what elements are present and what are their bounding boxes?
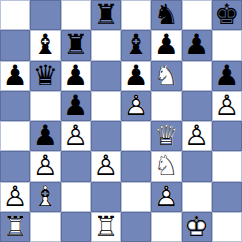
square-d3[interactable]: ♟♙ — [91, 151, 121, 181]
piece-black-pawn-icon[interactable]: ♟ — [61, 91, 91, 121]
square-g2[interactable] — [182, 182, 212, 212]
square-f4[interactable]: ♛♕ — [151, 121, 181, 151]
white-piece-outline: ♕ — [151, 121, 181, 151]
square-c5[interactable]: ♟ — [61, 91, 91, 121]
piece-white-rook-icon[interactable]: ♜♖ — [0, 212, 30, 242]
white-piece-outline: ♙ — [121, 91, 151, 121]
white-piece-outline: ♘ — [151, 151, 181, 181]
piece-black-pawn-icon[interactable]: ♟ — [212, 61, 242, 91]
piece-black-knight-icon[interactable]: ♞ — [151, 0, 181, 30]
square-d4[interactable] — [91, 121, 121, 151]
piece-black-pawn-icon[interactable]: ♟ — [182, 30, 212, 60]
white-piece-outline: ♖ — [0, 212, 30, 242]
white-piece-outline: ♔ — [182, 212, 212, 242]
square-e1[interactable] — [121, 212, 151, 242]
square-e2[interactable] — [121, 182, 151, 212]
square-f3[interactable]: ♞♘ — [151, 151, 181, 181]
piece-white-pawn-icon[interactable]: ♟♙ — [212, 91, 242, 121]
square-b2[interactable]: ♝♗ — [30, 182, 60, 212]
piece-black-bishop-icon[interactable]: ♝ — [121, 30, 151, 60]
square-g3[interactable] — [182, 151, 212, 181]
square-d7[interactable] — [91, 30, 121, 60]
square-b1[interactable] — [30, 212, 60, 242]
piece-white-pawn-icon[interactable]: ♟♙ — [91, 151, 121, 181]
square-d1[interactable]: ♜♖ — [91, 212, 121, 242]
piece-black-pawn-icon[interactable]: ♟ — [121, 61, 151, 91]
square-h2[interactable] — [212, 182, 242, 212]
square-g6[interactable] — [182, 61, 212, 91]
piece-black-pawn-icon[interactable]: ♟ — [151, 30, 181, 60]
square-b5[interactable] — [30, 91, 60, 121]
square-h6[interactable]: ♟ — [212, 61, 242, 91]
square-h7[interactable] — [212, 30, 242, 60]
square-a8[interactable] — [0, 0, 30, 30]
piece-white-pawn-icon[interactable]: ♟♙ — [182, 121, 212, 151]
piece-white-pawn-icon[interactable]: ♟♙ — [151, 182, 181, 212]
piece-black-bishop-icon[interactable]: ♝ — [30, 30, 60, 60]
square-b8[interactable] — [30, 0, 60, 30]
white-piece-outline: ♙ — [30, 151, 60, 181]
square-g7[interactable]: ♟ — [182, 30, 212, 60]
square-a3[interactable] — [0, 151, 30, 181]
piece-black-pawn-icon[interactable]: ♟ — [30, 121, 60, 151]
piece-black-rook-icon[interactable]: ♜ — [91, 0, 121, 30]
piece-white-knight-icon[interactable]: ♞♘ — [151, 151, 181, 181]
square-b7[interactable]: ♝ — [30, 30, 60, 60]
square-h3[interactable] — [212, 151, 242, 181]
square-c7[interactable]: ♜ — [61, 30, 91, 60]
white-piece-outline: ♙ — [182, 121, 212, 151]
piece-white-pawn-icon[interactable]: ♟♙ — [61, 121, 91, 151]
square-f5[interactable] — [151, 91, 181, 121]
piece-white-queen-icon[interactable]: ♛♕ — [151, 121, 181, 151]
square-c1[interactable] — [61, 212, 91, 242]
square-h1[interactable] — [212, 212, 242, 242]
square-c4[interactable]: ♟♙ — [61, 121, 91, 151]
piece-black-pawn-icon[interactable]: ♟ — [61, 61, 91, 91]
square-f7[interactable]: ♟ — [151, 30, 181, 60]
square-g1[interactable]: ♚♔ — [182, 212, 212, 242]
square-b6[interactable]: ♛ — [30, 61, 60, 91]
square-a6[interactable]: ♟ — [0, 61, 30, 91]
square-c6[interactable]: ♟ — [61, 61, 91, 91]
piece-black-king-icon[interactable]: ♚ — [212, 0, 242, 30]
square-f2[interactable]: ♟♙ — [151, 182, 181, 212]
square-e4[interactable] — [121, 121, 151, 151]
square-g5[interactable] — [182, 91, 212, 121]
piece-white-king-icon[interactable]: ♚♔ — [182, 212, 212, 242]
piece-black-rook-icon[interactable]: ♜ — [61, 30, 91, 60]
piece-white-bishop-icon[interactable]: ♝♗ — [30, 182, 60, 212]
square-d8[interactable]: ♜ — [91, 0, 121, 30]
square-c8[interactable] — [61, 0, 91, 30]
square-b4[interactable]: ♟ — [30, 121, 60, 151]
square-g8[interactable] — [182, 0, 212, 30]
square-g4[interactable]: ♟♙ — [182, 121, 212, 151]
square-e6[interactable]: ♟ — [121, 61, 151, 91]
piece-white-knight-icon[interactable]: ♞♘ — [151, 61, 181, 91]
square-a2[interactable]: ♟♙ — [0, 182, 30, 212]
chess-board: ♜♞♚♝♜♝♟♟♟♛♟♟♞♘♟♟♟♙♟♙♟♟♙♛♕♟♙♟♙♟♙♞♘♟♙♝♗♟♙♜… — [0, 0, 242, 242]
white-piece-outline: ♖ — [91, 212, 121, 242]
square-h5[interactable]: ♟♙ — [212, 91, 242, 121]
square-f1[interactable] — [151, 212, 181, 242]
square-c2[interactable] — [61, 182, 91, 212]
square-d5[interactable] — [91, 91, 121, 121]
square-e8[interactable] — [121, 0, 151, 30]
white-piece-outline: ♘ — [151, 61, 181, 91]
white-piece-outline: ♙ — [151, 182, 181, 212]
square-e5[interactable]: ♟♙ — [121, 91, 151, 121]
piece-black-pawn-icon[interactable]: ♟ — [0, 61, 30, 91]
white-piece-outline: ♙ — [0, 182, 30, 212]
piece-white-pawn-icon[interactable]: ♟♙ — [121, 91, 151, 121]
white-piece-outline: ♗ — [30, 182, 60, 212]
piece-black-queen-icon[interactable]: ♛ — [30, 61, 60, 91]
square-f8[interactable]: ♞ — [151, 0, 181, 30]
square-c3[interactable] — [61, 151, 91, 181]
square-e7[interactable]: ♝ — [121, 30, 151, 60]
square-d2[interactable] — [91, 182, 121, 212]
square-a7[interactable] — [0, 30, 30, 60]
white-piece-outline: ♙ — [212, 91, 242, 121]
square-a5[interactable] — [0, 91, 30, 121]
piece-white-rook-icon[interactable]: ♜♖ — [91, 212, 121, 242]
white-piece-outline: ♙ — [91, 151, 121, 181]
square-f6[interactable]: ♞♘ — [151, 61, 181, 91]
white-piece-outline: ♙ — [61, 121, 91, 151]
square-d6[interactable] — [91, 61, 121, 91]
piece-white-pawn-icon[interactable]: ♟♙ — [0, 182, 30, 212]
square-a1[interactable]: ♜♖ — [0, 212, 30, 242]
square-h8[interactable]: ♚ — [212, 0, 242, 30]
square-b3[interactable]: ♟♙ — [30, 151, 60, 181]
square-a4[interactable] — [0, 121, 30, 151]
square-e3[interactable] — [121, 151, 151, 181]
square-h4[interactable] — [212, 121, 242, 151]
piece-white-pawn-icon[interactable]: ♟♙ — [30, 151, 60, 181]
